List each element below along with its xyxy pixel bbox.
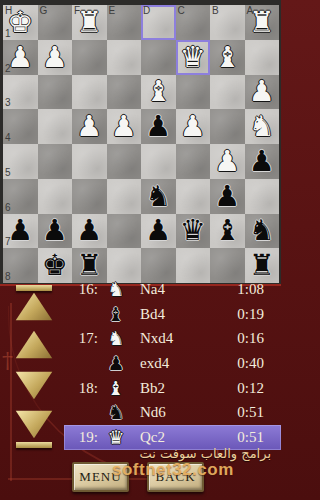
move-number: 16:	[64, 281, 102, 298]
white-rook: ♜	[76, 8, 102, 37]
first-move-button[interactable]	[15, 285, 53, 321]
square-h4[interactable]: 4	[3, 109, 38, 144]
white-pawn: ♟	[76, 112, 102, 141]
move-row-Nxd4[interactable]: 17:♞Nxd40:16	[64, 326, 281, 351]
move-san: Qc2	[130, 429, 237, 446]
square-b2[interactable]: ♝	[210, 40, 245, 75]
white-knight: ♞	[249, 112, 275, 141]
square-d6[interactable]: ♞	[141, 179, 176, 214]
black-bishop: ♝	[214, 216, 240, 245]
move-san: Nd6	[130, 404, 237, 421]
white-queen: ♛	[180, 43, 206, 72]
move-san: Bb2	[130, 380, 237, 397]
rank-label-1: 1	[5, 28, 11, 39]
move-san: Nxd4	[130, 330, 237, 347]
black-pawn: ♟	[7, 216, 33, 245]
square-f4[interactable]: ♟	[72, 109, 107, 144]
rank-label-8: 8	[5, 271, 11, 282]
move-row-Bd4[interactable]: ♝Bd40:19	[64, 302, 281, 327]
square-f2[interactable]	[72, 40, 107, 75]
square-d2[interactable]	[141, 40, 176, 75]
background-pattern-line	[10, 303, 12, 481]
black-bishop-icon: ♝	[102, 305, 130, 324]
rank-label-4: 4	[5, 132, 11, 143]
white-bishop-icon: ♝	[102, 379, 130, 398]
black-rook: ♜	[76, 251, 102, 280]
move-time: 0:12	[237, 380, 281, 397]
black-pawn: ♟	[214, 182, 240, 211]
move-time: 0:40	[237, 355, 281, 372]
square-b5[interactable]: ♟	[210, 144, 245, 179]
square-c1[interactable]: C	[176, 5, 211, 40]
square-f6[interactable]	[72, 179, 107, 214]
move-time: 0:51	[237, 404, 281, 421]
square-e2[interactable]	[107, 40, 142, 75]
square-b3[interactable]	[210, 75, 245, 110]
white-queen-icon: ♛	[102, 428, 130, 447]
rank-label-2: 2	[5, 63, 11, 74]
square-a6[interactable]	[245, 179, 280, 214]
move-san: Bd4	[130, 306, 237, 323]
square-d5[interactable]	[141, 144, 176, 179]
square-e4[interactable]: ♟	[107, 109, 142, 144]
move-time: 0:19	[237, 306, 281, 323]
file-label-h: H	[5, 5, 12, 16]
jump-start-bar-icon	[16, 285, 52, 291]
move-navigation	[14, 285, 54, 448]
square-g1[interactable]: G	[38, 5, 73, 40]
watermark-site-text: softnet32.com	[112, 460, 234, 480]
move-time: 0:16	[237, 330, 281, 347]
chess-board-frame: ♚H1G♜FEDCB♜A♟2♟♛♝3♝♟4♟♟♟♟♞5♟♟6♞♟♟7♟♟♟♛♝♞…	[0, 0, 281, 284]
black-knight: ♞	[249, 216, 275, 245]
rank-label-7: 7	[5, 236, 11, 247]
white-pawn: ♟	[214, 147, 240, 176]
square-e1[interactable]: E	[107, 5, 142, 40]
square-f7[interactable]: ♟	[72, 214, 107, 249]
move-row-Na4[interactable]: 16:♞Na41:08	[64, 277, 281, 302]
square-c6[interactable]	[176, 179, 211, 214]
arrow-down-icon	[15, 371, 53, 400]
white-pawn: ♟	[249, 77, 275, 106]
file-label-g: G	[40, 5, 48, 16]
file-label-d: D	[143, 5, 150, 16]
white-pawn: ♟	[7, 43, 33, 72]
black-pawn: ♟	[145, 112, 171, 141]
white-pawn: ♟	[180, 112, 206, 141]
square-c3[interactable]	[176, 75, 211, 110]
move-row-Nd6[interactable]: ♞Nd60:51	[64, 400, 281, 425]
square-e7[interactable]	[107, 214, 142, 249]
square-f5[interactable]	[72, 144, 107, 179]
square-h8[interactable]: 8	[3, 248, 38, 283]
square-a5[interactable]: ♟	[245, 144, 280, 179]
white-bishop: ♝	[145, 77, 171, 106]
move-list: 16:♞Na41:08♝Bd40:1917:♞Nxd40:16♟exd40:40…	[64, 277, 281, 450]
file-label-e: E	[109, 5, 116, 16]
move-number: 19:	[64, 429, 102, 446]
file-label-a: A	[247, 5, 254, 16]
white-bishop: ♝	[214, 43, 240, 72]
arrow-up-icon	[15, 292, 53, 321]
square-g7[interactable]: ♟	[38, 214, 73, 249]
move-san: Na4	[130, 281, 237, 298]
square-a3[interactable]: ♟	[245, 75, 280, 110]
black-queen: ♛	[180, 216, 206, 245]
square-d4[interactable]: ♟	[141, 109, 176, 144]
black-pawn: ♟	[145, 216, 171, 245]
jump-end-bar-icon	[16, 442, 52, 448]
move-san: exd4	[130, 355, 237, 372]
square-b6[interactable]: ♟	[210, 179, 245, 214]
square-a4[interactable]: ♞	[245, 109, 280, 144]
square-g4[interactable]	[38, 109, 73, 144]
next-move-button[interactable]	[15, 371, 53, 400]
white-knight-icon: ♞	[102, 329, 130, 348]
square-g2[interactable]: ♟	[38, 40, 73, 75]
square-e6[interactable]	[107, 179, 142, 214]
rank-label-6: 6	[5, 202, 11, 213]
square-d3[interactable]: ♝	[141, 75, 176, 110]
black-pawn: ♟	[249, 147, 275, 176]
black-rook: ♜	[249, 251, 275, 280]
rank-label-3: 3	[5, 97, 11, 108]
white-pawn: ♟	[111, 112, 137, 141]
move-row-exd4[interactable]: ♟exd40:40	[64, 351, 281, 376]
square-h6[interactable]: 6	[3, 179, 38, 214]
white-pawn: ♟	[42, 43, 68, 72]
white-knight-icon: ♞	[102, 280, 130, 299]
move-time: 1:08	[237, 281, 281, 298]
move-number: 17:	[64, 330, 102, 347]
square-c5[interactable]	[176, 144, 211, 179]
watermark-arabic-text: برامج والعاب سوفت نت	[140, 446, 271, 461]
last-move-button[interactable]	[15, 410, 53, 448]
square-a2[interactable]	[245, 40, 280, 75]
square-h5[interactable]: 5	[3, 144, 38, 179]
square-g6[interactable]	[38, 179, 73, 214]
square-c4[interactable]: ♟	[176, 109, 211, 144]
rank-label-5: 5	[5, 167, 11, 178]
square-h7[interactable]: ♟7	[3, 214, 38, 249]
move-number: 18:	[64, 380, 102, 397]
square-d7[interactable]: ♟	[141, 214, 176, 249]
square-f3[interactable]	[72, 75, 107, 110]
square-d1[interactable]: D	[141, 5, 176, 40]
square-e5[interactable]	[107, 144, 142, 179]
black-knight-icon: ♞	[102, 403, 130, 422]
square-b4[interactable]	[210, 109, 245, 144]
previous-move-button[interactable]	[15, 330, 53, 359]
square-a1[interactable]: ♜A	[245, 5, 280, 40]
square-a7[interactable]: ♞	[245, 214, 280, 249]
square-c2[interactable]: ♛	[176, 40, 211, 75]
square-b7[interactable]: ♝	[210, 214, 245, 249]
move-time: 0:51	[237, 429, 281, 446]
black-pawn-icon: ♟	[102, 354, 130, 373]
square-g3[interactable]	[38, 75, 73, 110]
black-pawn: ♟	[42, 216, 68, 245]
square-h2[interactable]: ♟2	[3, 40, 38, 75]
file-label-c: C	[178, 5, 185, 16]
black-king: ♚	[42, 251, 68, 280]
square-h1[interactable]: ♚H1	[3, 5, 38, 40]
chess-board: ♚H1G♜FEDCB♜A♟2♟♛♝3♝♟4♟♟♟♟♞5♟♟6♞♟♟7♟♟♟♛♝♞…	[3, 5, 279, 283]
square-c7[interactable]: ♛	[176, 214, 211, 249]
arrow-down-icon	[15, 410, 53, 439]
black-pawn: ♟	[76, 216, 102, 245]
arrow-up-icon	[15, 330, 53, 359]
square-e3[interactable]	[107, 75, 142, 110]
move-row-Bb2[interactable]: 18:♝Bb20:12	[64, 376, 281, 401]
file-label-f: F	[74, 5, 80, 16]
square-f1[interactable]: ♜F	[72, 5, 107, 40]
black-knight: ♞	[145, 182, 171, 211]
background-pattern-cross: †	[2, 348, 13, 373]
square-h3[interactable]: 3	[3, 75, 38, 110]
square-b1[interactable]: B	[210, 5, 245, 40]
square-g5[interactable]	[38, 144, 73, 179]
file-label-b: B	[212, 5, 219, 16]
